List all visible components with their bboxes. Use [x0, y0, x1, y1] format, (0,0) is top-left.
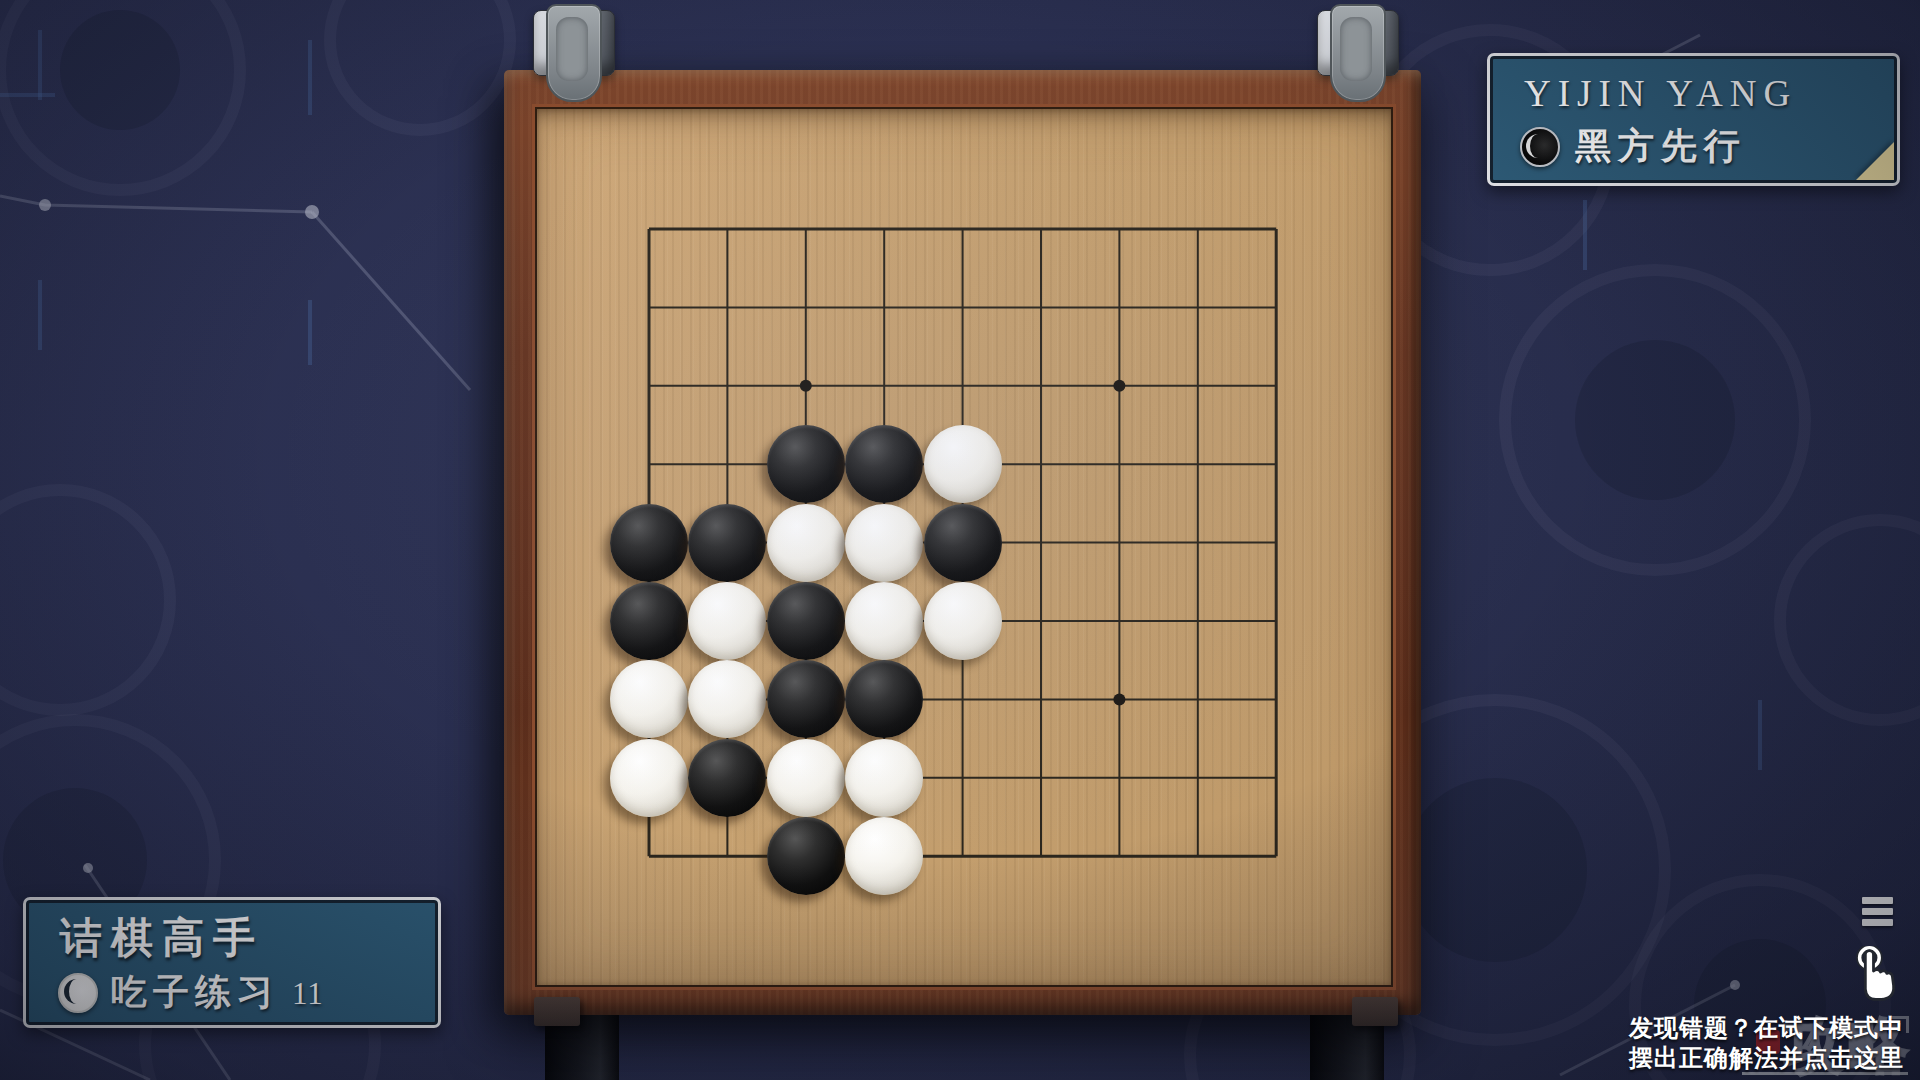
menu-bar: [1862, 897, 1893, 904]
stone-white-c2-r4: [767, 504, 845, 582]
frame-foot-right: [1352, 997, 1398, 1026]
clamp-pad: [546, 4, 602, 102]
stone-white-c3-r5: [845, 582, 923, 660]
white-stone-icon: [58, 973, 98, 1013]
frame-foot-left: [534, 997, 580, 1026]
stone-black-c4-r4: [924, 504, 1002, 582]
stone-black-c0-r4: [610, 504, 688, 582]
stone-white-c0-r6: [610, 660, 688, 738]
star-point: [1113, 380, 1125, 392]
stone-black-c2-r5: [767, 582, 845, 660]
star-point: [800, 380, 812, 392]
practice-number: 11: [292, 976, 324, 1012]
stone-black-c3-r3: [845, 425, 923, 503]
stone-white-c0-r7: [610, 739, 688, 817]
task-subtitle-row: 吃子练习 11: [58, 968, 324, 1017]
practice-label: 吃子练习: [111, 968, 279, 1017]
player-name: YIJIN YANG: [1524, 72, 1797, 115]
stone-black-c1-r7: [688, 739, 766, 817]
stone-black-c1-r4: [688, 504, 766, 582]
stone-black-c0-r5: [610, 582, 688, 660]
stone-white-c1-r5: [688, 582, 766, 660]
menu-bar: [1862, 908, 1893, 915]
hint-line2-click-here[interactable]: 摆出正确解法并点击这里: [1629, 1043, 1904, 1073]
hint-line1: 发现错题？在试下模式中: [1629, 1013, 1904, 1043]
stone-white-c4-r5: [924, 582, 1002, 660]
turn-indicator: 黑方先行: [1520, 122, 1747, 171]
stone-white-c3-r8: [845, 817, 923, 895]
hint-text: 发现错题？在试下模式中 摆出正确解法并点击这里: [1629, 1013, 1904, 1073]
task-banner: 诘棋高手 吃子练习 11: [23, 897, 441, 1028]
hand-cursor-icon: [1853, 946, 1901, 1002]
menu-bar: [1862, 919, 1893, 926]
fold-corner-icon: [1856, 142, 1894, 180]
stone-white-c4-r3: [924, 425, 1002, 503]
black-stone-icon: [1520, 127, 1560, 167]
star-point: [1113, 693, 1125, 705]
stone-white-c3-r7: [845, 739, 923, 817]
task-title: 诘棋高手: [60, 910, 264, 966]
turn-label: 黑方先行: [1575, 122, 1747, 171]
board-clamp-left: [528, 4, 618, 100]
player-banner[interactable]: YIJIN YANG 黑方先行: [1487, 53, 1900, 186]
clamp-pad: [1330, 4, 1386, 102]
stone-black-c2-r8: [767, 817, 845, 895]
stone-white-c2-r7: [767, 739, 845, 817]
stone-black-c2-r3: [767, 425, 845, 503]
stone-white-c3-r4: [845, 504, 923, 582]
stone-black-c2-r6: [767, 660, 845, 738]
go-puzzle-screen: { "game": "go", "position": { "format": …: [0, 0, 1920, 1080]
hamburger-menu-icon[interactable]: [1862, 897, 1895, 929]
board-clamp-right: [1312, 4, 1402, 100]
